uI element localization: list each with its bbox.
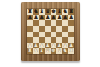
piece-black-rook: ♜ <box>69 9 74 14</box>
piece-white-king: ♚ <box>51 48 56 53</box>
piece-black-pawn: ♟ <box>57 15 62 20</box>
piece-black-pawn: ♟ <box>39 15 44 20</box>
piece-white-pawn: ♟ <box>69 43 74 48</box>
piece-white-pawn: ♟ <box>57 43 62 48</box>
piece-black-pawn: ♟ <box>51 15 56 20</box>
chess-board: ♜♞♝♛♚♝♞♜♟♟♟♟♟♟♟♟♟♟♟♟♟♟♟♟♜♞♝♛♚♝♞♜ <box>27 9 74 54</box>
piece-white-queen: ♛ <box>45 48 50 53</box>
piece-white-pawn: ♟ <box>28 43 33 48</box>
piece-black-bishop: ♝ <box>39 9 44 14</box>
piece-white-pawn: ♟ <box>51 43 56 48</box>
piece-black-pawn: ♟ <box>63 15 68 20</box>
piece-black-knight: ♞ <box>33 9 38 14</box>
piece-black-knight: ♞ <box>63 9 68 14</box>
piece-white-pawn: ♟ <box>63 43 68 48</box>
piece-white-knight: ♞ <box>63 48 68 53</box>
photo-background: { "game": "chess", "scene": "overhead ph… <box>0 0 100 67</box>
piece-white-pawn: ♟ <box>39 43 44 48</box>
piece-white-bishop: ♝ <box>57 48 62 53</box>
piece-black-pawn: ♟ <box>69 15 74 20</box>
piece-black-pawn: ♟ <box>45 15 50 20</box>
piece-white-rook: ♜ <box>28 48 33 53</box>
square-h1[interactable]: ♜ <box>68 48 74 54</box>
piece-black-bishop: ♝ <box>57 9 62 14</box>
piece-white-bishop: ♝ <box>39 48 44 53</box>
piece-white-pawn: ♟ <box>33 43 38 48</box>
piece-white-rook: ♜ <box>69 48 74 53</box>
piece-black-queen: ♛ <box>45 9 50 14</box>
piece-white-knight: ♞ <box>33 48 38 53</box>
piece-black-rook: ♜ <box>28 9 33 14</box>
wooden-chess-set-frame: ♜♞♝♛♚♝♞♜♟♟♟♟♟♟♟♟♟♟♟♟♟♟♟♟♜♞♝♛♚♝♞♜ <box>21 2 80 61</box>
piece-white-pawn: ♟ <box>45 43 50 48</box>
piece-black-pawn: ♟ <box>28 15 33 20</box>
piece-black-pawn: ♟ <box>33 15 38 20</box>
piece-black-king: ♚ <box>51 9 56 14</box>
